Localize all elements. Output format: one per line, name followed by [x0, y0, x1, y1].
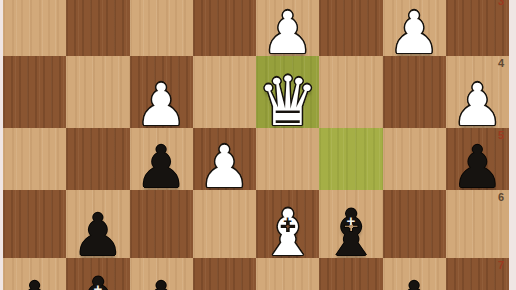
black-pawn[interactable]: ♟	[388, 274, 440, 290]
square-h3[interactable]	[3, 0, 66, 56]
square-f4[interactable]: ♟	[130, 56, 193, 128]
square-b4[interactable]	[383, 56, 446, 128]
square-e3[interactable]	[193, 0, 256, 56]
rank-label-6: 6	[498, 192, 504, 203]
square-a6[interactable]: 6	[446, 190, 509, 258]
page-edge-left	[0, 0, 3, 290]
square-d6[interactable]: ♝+	[256, 190, 319, 258]
square-f6[interactable]	[130, 190, 193, 258]
page-edge-right	[509, 0, 516, 290]
white-bishop[interactable]: ♝+	[259, 201, 316, 265]
square-a4[interactable]: 4♟	[446, 56, 509, 128]
square-h7[interactable]: ♟	[3, 258, 66, 290]
square-h4[interactable]	[3, 56, 66, 128]
square-b6[interactable]	[383, 190, 446, 258]
square-g7[interactable]: ♝+	[66, 258, 129, 290]
black-pawn[interactable]: ♟	[451, 138, 503, 196]
square-e4[interactable]	[193, 56, 256, 128]
square-d5[interactable]	[256, 128, 319, 190]
bishop-cross-icon: +	[283, 213, 292, 228]
square-a7[interactable]: 7	[446, 258, 509, 290]
black-pawn[interactable]: ♟	[135, 274, 187, 290]
square-e6[interactable]	[193, 190, 256, 258]
square-e7[interactable]	[193, 258, 256, 290]
square-d4[interactable]: ♛	[256, 56, 319, 128]
square-h6[interactable]	[3, 190, 66, 258]
white-queen[interactable]: ♛	[257, 68, 318, 136]
rank-label-3: 3	[498, 0, 504, 7]
white-pawn[interactable]: ♟	[135, 76, 187, 134]
rank-label-4: 4	[498, 58, 504, 69]
white-pawn[interactable]: ♟	[198, 138, 250, 196]
chess-board: ♟♟3♟♛4♟♟♟5♟♟♝+♝+6♟♝+♟♟7	[3, 0, 509, 290]
square-g3[interactable]	[66, 0, 129, 56]
black-pawn[interactable]: ♟	[9, 274, 61, 290]
square-g4[interactable]	[66, 56, 129, 128]
square-g6[interactable]: ♟	[66, 190, 129, 258]
square-c6[interactable]: ♝+	[319, 190, 382, 258]
square-b3[interactable]: ♟	[383, 0, 446, 56]
square-c5[interactable]	[319, 128, 382, 190]
black-pawn[interactable]: ♟	[135, 138, 187, 196]
rank-label-7: 7	[498, 260, 504, 271]
black-bishop[interactable]: ♝+	[322, 201, 379, 265]
chess-app-screen: ♟♟3♟♛4♟♟♟5♟♟♝+♝+6♟♝+♟♟7	[0, 0, 516, 290]
square-a3[interactable]: 3	[446, 0, 509, 56]
square-c3[interactable]	[319, 0, 382, 56]
square-d3[interactable]: ♟	[256, 0, 319, 56]
white-pawn[interactable]: ♟	[262, 4, 314, 62]
square-h5[interactable]	[3, 128, 66, 190]
square-a5[interactable]: 5♟	[446, 128, 509, 190]
square-b7[interactable]: ♟	[383, 258, 446, 290]
square-g5[interactable]	[66, 128, 129, 190]
bishop-cross-icon: +	[346, 213, 355, 228]
square-c7[interactable]	[319, 258, 382, 290]
white-pawn[interactable]: ♟	[388, 4, 440, 62]
square-e5[interactable]: ♟	[193, 128, 256, 190]
bishop-cross-icon: +	[93, 281, 102, 290]
square-d7[interactable]	[256, 258, 319, 290]
square-b5[interactable]	[383, 128, 446, 190]
square-c4[interactable]	[319, 56, 382, 128]
white-pawn[interactable]: ♟	[451, 76, 503, 134]
square-f5[interactable]: ♟	[130, 128, 193, 190]
square-f3[interactable]	[130, 0, 193, 56]
black-bishop[interactable]: ♝+	[69, 269, 126, 290]
black-pawn[interactable]: ♟	[72, 206, 124, 264]
square-f7[interactable]: ♟	[130, 258, 193, 290]
